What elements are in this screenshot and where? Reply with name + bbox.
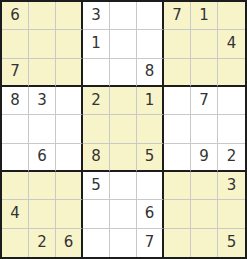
cell-r6c8[interactable]: 9 xyxy=(191,144,218,172)
cell-r6c4[interactable]: 8 xyxy=(83,144,110,172)
cell-r8c1[interactable]: 4 xyxy=(2,200,29,228)
cell-r6c9[interactable]: 2 xyxy=(218,144,245,172)
cell-r7c3[interactable] xyxy=(56,172,83,200)
cell-r3c8[interactable] xyxy=(191,59,218,87)
cell-r9c1[interactable] xyxy=(2,229,29,257)
cell-r6c3[interactable] xyxy=(56,144,83,172)
cell-r4c2[interactable]: 3 xyxy=(29,87,56,115)
cell-r9c7[interactable] xyxy=(164,229,191,257)
cell-r5c5[interactable] xyxy=(110,115,137,143)
cell-r5c4[interactable] xyxy=(83,115,110,143)
cell-r9c3[interactable]: 6 xyxy=(56,229,83,257)
cell-r7c1[interactable] xyxy=(2,172,29,200)
sudoku-board: 63711478832176859253462675 xyxy=(0,0,247,259)
cell-r4c6[interactable]: 1 xyxy=(137,87,164,115)
cell-r8c3[interactable] xyxy=(56,200,83,228)
cell-r1c8[interactable]: 1 xyxy=(191,2,218,30)
cell-r5c9[interactable] xyxy=(218,115,245,143)
cell-r6c2[interactable]: 6 xyxy=(29,144,56,172)
cell-r5c2[interactable] xyxy=(29,115,56,143)
cell-r3c5[interactable] xyxy=(110,59,137,87)
cell-r4c9[interactable] xyxy=(218,87,245,115)
cell-r5c8[interactable] xyxy=(191,115,218,143)
cell-r3c2[interactable] xyxy=(29,59,56,87)
cell-r9c5[interactable] xyxy=(110,229,137,257)
cell-r7c4[interactable]: 5 xyxy=(83,172,110,200)
cell-r6c7[interactable] xyxy=(164,144,191,172)
cell-r2c5[interactable] xyxy=(110,30,137,58)
cell-r1c9[interactable] xyxy=(218,2,245,30)
cell-r7c6[interactable] xyxy=(137,172,164,200)
cell-r5c7[interactable] xyxy=(164,115,191,143)
cell-r4c3[interactable] xyxy=(56,87,83,115)
cell-r6c6[interactable]: 5 xyxy=(137,144,164,172)
cell-r2c6[interactable] xyxy=(137,30,164,58)
cell-r7c7[interactable] xyxy=(164,172,191,200)
cell-r9c9[interactable]: 5 xyxy=(218,229,245,257)
cell-r4c4[interactable]: 2 xyxy=(83,87,110,115)
cell-r8c4[interactable] xyxy=(83,200,110,228)
cell-r7c5[interactable] xyxy=(110,172,137,200)
cell-r3c7[interactable] xyxy=(164,59,191,87)
cell-r3c4[interactable] xyxy=(83,59,110,87)
cell-r8c8[interactable] xyxy=(191,200,218,228)
cell-r4c5[interactable] xyxy=(110,87,137,115)
cell-r3c6[interactable]: 8 xyxy=(137,59,164,87)
cell-r4c8[interactable]: 7 xyxy=(191,87,218,115)
cell-r1c6[interactable] xyxy=(137,2,164,30)
cell-r8c2[interactable] xyxy=(29,200,56,228)
cell-r3c3[interactable] xyxy=(56,59,83,87)
cell-r9c4[interactable] xyxy=(83,229,110,257)
cell-r8c9[interactable] xyxy=(218,200,245,228)
cell-r6c5[interactable] xyxy=(110,144,137,172)
cell-r8c6[interactable]: 6 xyxy=(137,200,164,228)
cell-r6c1[interactable] xyxy=(2,144,29,172)
cell-r9c8[interactable] xyxy=(191,229,218,257)
cell-r2c1[interactable] xyxy=(2,30,29,58)
cell-r1c1[interactable]: 6 xyxy=(2,2,29,30)
cell-r3c9[interactable] xyxy=(218,59,245,87)
cell-r2c9[interactable]: 4 xyxy=(218,30,245,58)
cell-r8c7[interactable] xyxy=(164,200,191,228)
cell-r2c8[interactable] xyxy=(191,30,218,58)
cell-r3c1[interactable]: 7 xyxy=(2,59,29,87)
cell-r1c5[interactable] xyxy=(110,2,137,30)
cell-r7c8[interactable] xyxy=(191,172,218,200)
cell-r5c6[interactable] xyxy=(137,115,164,143)
cell-r2c2[interactable] xyxy=(29,30,56,58)
cell-r7c9[interactable]: 3 xyxy=(218,172,245,200)
cell-r5c1[interactable] xyxy=(2,115,29,143)
cell-r5c3[interactable] xyxy=(56,115,83,143)
cell-r7c2[interactable] xyxy=(29,172,56,200)
cell-r2c4[interactable]: 1 xyxy=(83,30,110,58)
cell-r2c3[interactable] xyxy=(56,30,83,58)
cell-r1c4[interactable]: 3 xyxy=(83,2,110,30)
cell-r4c7[interactable] xyxy=(164,87,191,115)
cell-r9c6[interactable]: 7 xyxy=(137,229,164,257)
cell-r1c3[interactable] xyxy=(56,2,83,30)
cell-r9c2[interactable]: 2 xyxy=(29,229,56,257)
cell-r2c7[interactable] xyxy=(164,30,191,58)
cell-r8c5[interactable] xyxy=(110,200,137,228)
cell-r1c2[interactable] xyxy=(29,2,56,30)
cell-r4c1[interactable]: 8 xyxy=(2,87,29,115)
cell-r1c7[interactable]: 7 xyxy=(164,2,191,30)
